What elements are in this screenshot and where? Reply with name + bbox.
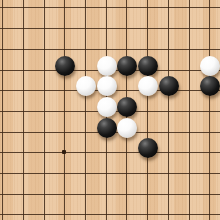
stone-black[interactable] (200, 76, 220, 96)
star-point (62, 150, 66, 154)
grid-line-horizontal (0, 49, 220, 50)
grid-line-vertical (209, 0, 210, 220)
stone-white[interactable] (76, 76, 96, 96)
go-board[interactable] (0, 0, 220, 220)
grid-line-vertical (168, 0, 169, 220)
stone-black[interactable] (138, 138, 158, 158)
stone-white[interactable] (138, 76, 158, 96)
stone-black[interactable] (159, 76, 179, 96)
stone-white[interactable] (97, 56, 117, 76)
grid-line-horizontal (0, 28, 220, 29)
grid-line-horizontal (0, 173, 220, 174)
grid-line-vertical (189, 0, 190, 220)
stone-white[interactable] (200, 56, 220, 76)
screenshot-stage (0, 0, 220, 220)
stone-black[interactable] (117, 97, 137, 117)
stone-white[interactable] (97, 97, 117, 117)
grid-line-vertical (85, 0, 86, 220)
stone-white[interactable] (97, 76, 117, 96)
grid-line-horizontal (0, 152, 220, 153)
grid-line-horizontal (0, 194, 220, 195)
stone-black[interactable] (97, 118, 117, 138)
grid-line-horizontal (0, 214, 220, 215)
grid-line-vertical (147, 0, 148, 220)
grid-line-horizontal (0, 7, 220, 8)
stone-black[interactable] (138, 56, 158, 76)
grid-line-vertical (44, 0, 45, 220)
stone-black[interactable] (55, 56, 75, 76)
grid-line-vertical (2, 0, 3, 220)
grid-line-vertical (23, 0, 24, 220)
stone-white[interactable] (117, 118, 137, 138)
stone-black[interactable] (117, 56, 137, 76)
grid-line-vertical (64, 0, 65, 220)
